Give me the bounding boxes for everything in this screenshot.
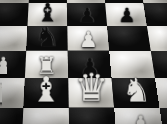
- black-pawn[interactable]: ♟: [67, 6, 107, 26]
- square-e2[interactable]: ♟: [114, 108, 164, 124]
- square-d5[interactable]: ♟: [67, 26, 109, 51]
- square-c3[interactable]: ♝: [23, 78, 68, 108]
- white-pawn[interactable]: ♟: [0, 54, 25, 77]
- square-b2[interactable]: [0, 108, 23, 124]
- square-b3[interactable]: ♟: [0, 78, 25, 108]
- white-pawn[interactable]: ♟: [0, 82, 23, 107]
- square-d3[interactable]: ♛: [68, 78, 114, 108]
- white-pawn[interactable]: ♟: [68, 29, 109, 51]
- white-pawn[interactable]: ♟: [117, 113, 165, 124]
- white-knight[interactable]: ♞: [114, 74, 159, 107]
- black-pawn[interactable]: ♟: [107, 6, 147, 26]
- square-b4[interactable]: ♟: [0, 51, 26, 78]
- square-f6[interactable]: [143, 3, 167, 26]
- square-b5[interactable]: [0, 26, 27, 51]
- square-d6[interactable]: ♟: [67, 3, 107, 26]
- square-e3[interactable]: ♞: [112, 78, 160, 108]
- white-queen[interactable]: ♛: [69, 69, 114, 107]
- board-viewport: ♝♟♟♞♟♟♜♟♟♝♛♞♞♟: [0, 0, 167, 124]
- square-e6[interactable]: ♟: [105, 3, 147, 26]
- chess-board[interactable]: ♝♟♟♞♟♟♜♟♟♝♛♞♞♟: [0, 0, 167, 124]
- chess-board-photo: ♝♟♟♞♟♟♜♟♟♝♛♞♞♟: [0, 0, 167, 124]
- white-knight[interactable]: ♞: [159, 74, 167, 107]
- square-c5[interactable]: ♞: [26, 26, 68, 51]
- square-e5[interactable]: [107, 26, 151, 51]
- square-d2[interactable]: [69, 108, 117, 124]
- square-c2[interactable]: [22, 108, 70, 124]
- white-bishop[interactable]: ♝: [23, 73, 68, 107]
- square-b6[interactable]: [0, 3, 29, 26]
- black-knight[interactable]: ♞: [26, 24, 67, 51]
- square-f5[interactable]: [147, 26, 167, 51]
